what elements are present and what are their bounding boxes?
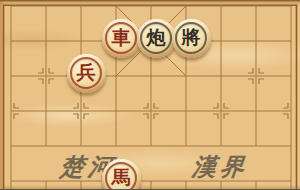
soldier-point-marker xyxy=(283,114,288,119)
piece-red-soldier[interactable]: 兵 xyxy=(67,54,106,93)
soldier-point-marker xyxy=(224,114,229,119)
cannon-point-marker xyxy=(259,79,264,84)
cannon-point-marker xyxy=(38,79,43,84)
piece-glyph: 將 xyxy=(172,19,211,58)
soldier-point-marker xyxy=(154,114,159,119)
cannon-point-marker xyxy=(49,68,54,73)
cannon-point-marker xyxy=(49,79,54,84)
cannon-point-marker xyxy=(248,68,253,73)
piece-red-chariot[interactable]: 車 xyxy=(102,19,141,58)
soldier-point-marker xyxy=(154,103,159,108)
soldier-point-marker xyxy=(14,103,19,108)
soldier-point-marker xyxy=(143,103,148,108)
piece-glyph: 馬 xyxy=(102,159,141,190)
soldier-point-marker xyxy=(213,114,218,119)
cannon-point-marker xyxy=(248,79,253,84)
piece-glyph: 炮 xyxy=(137,19,176,58)
soldier-point-marker xyxy=(224,103,229,108)
river-label-han-jie: 漢界 xyxy=(190,153,249,183)
piece-black-general[interactable]: 將 xyxy=(172,19,211,58)
piece-black-cannon[interactable]: 炮 xyxy=(137,19,176,58)
piece-red-horse[interactable]: 馬 xyxy=(102,159,141,190)
soldier-point-marker xyxy=(73,103,78,108)
cannon-point-marker xyxy=(259,68,264,73)
soldier-point-marker xyxy=(84,103,89,108)
soldier-point-marker xyxy=(213,103,218,108)
piece-glyph: 兵 xyxy=(67,54,106,93)
cannon-point-marker xyxy=(38,68,43,73)
soldier-point-marker xyxy=(14,114,19,119)
soldier-point-marker xyxy=(143,114,148,119)
soldier-point-marker xyxy=(73,114,78,119)
piece-glyph: 車 xyxy=(102,19,141,58)
soldier-point-marker xyxy=(283,103,288,108)
soldier-point-marker xyxy=(84,114,89,119)
xiangqi-board: 楚河 漢界 車炮將兵馬 xyxy=(0,0,300,189)
